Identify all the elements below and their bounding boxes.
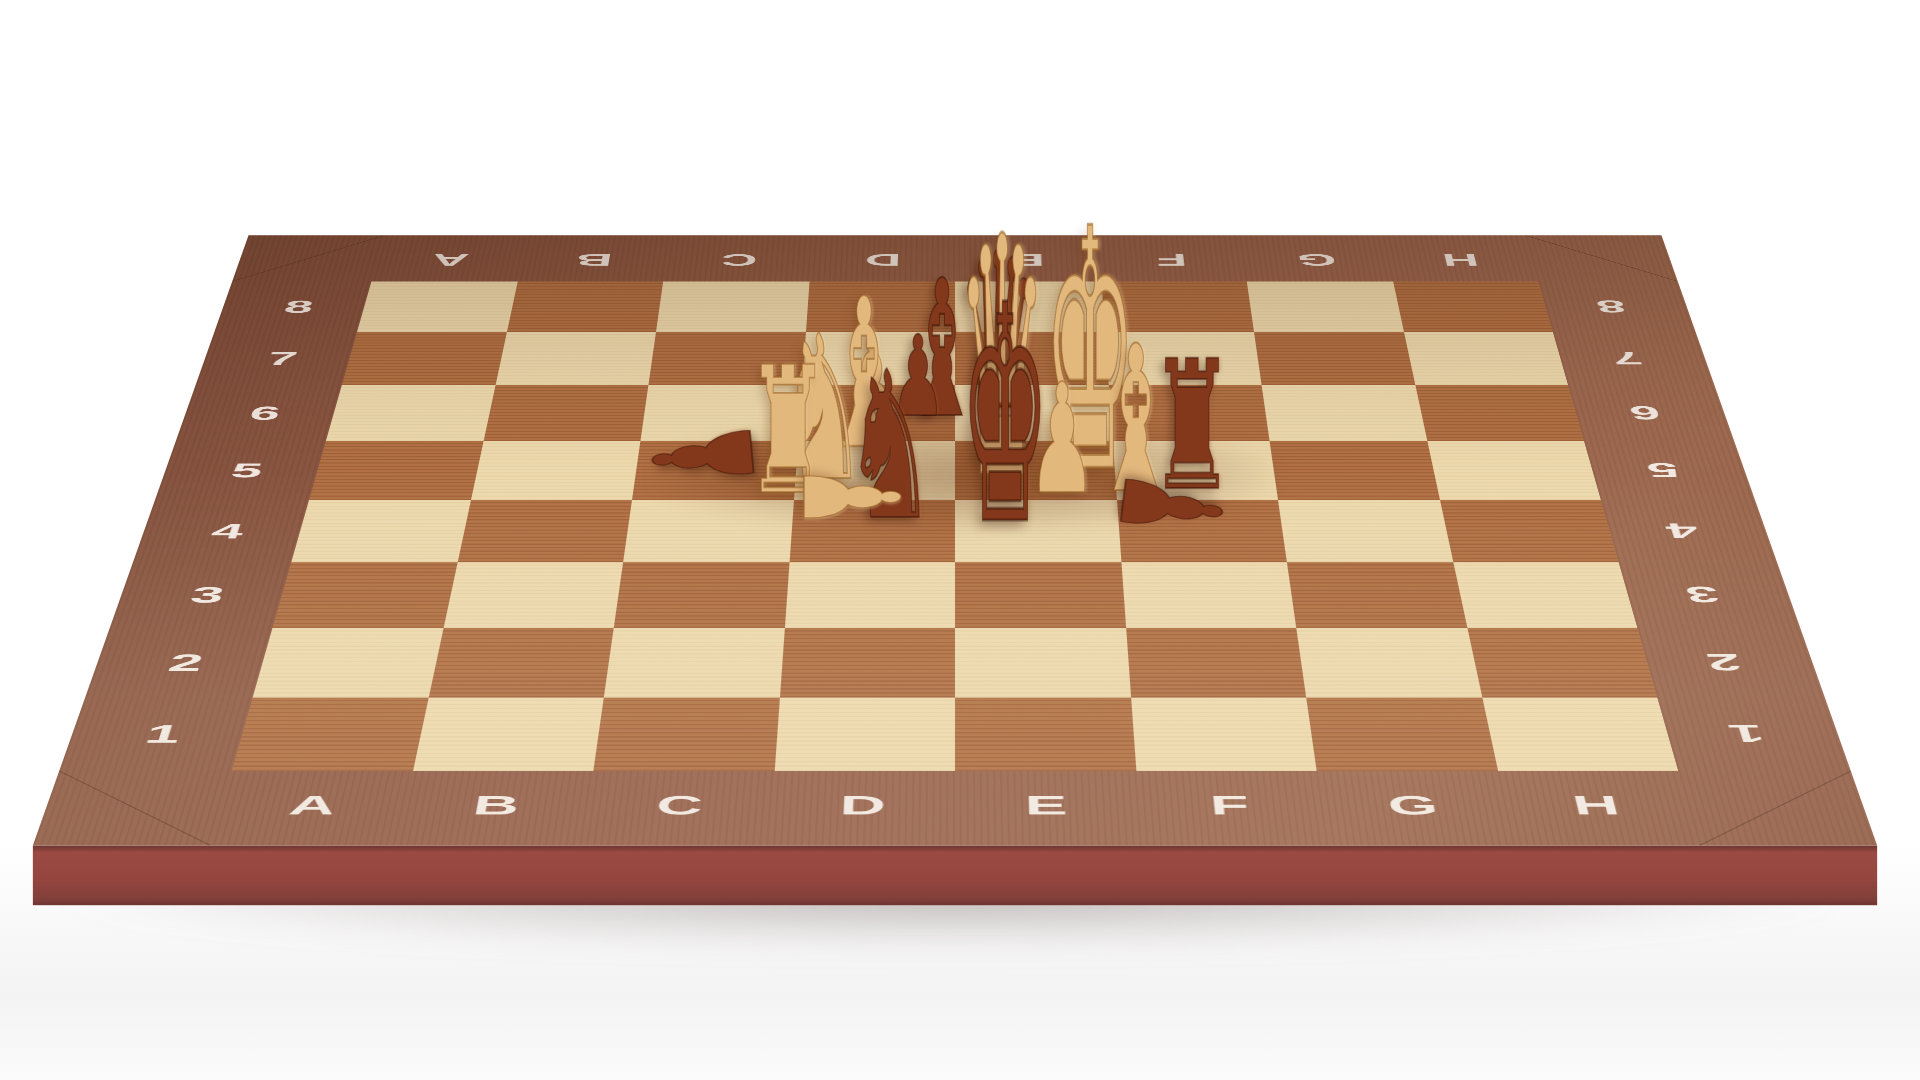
pieces-layer: ♛♝♟♟♝♚♛♟♞♝♜♜♟♚♞♟♟	[0, 0, 1920, 1080]
chessboard-photo: AABBCCDDEEFFGGHH1122334455667788 ♛♝♟♟♝♚♛…	[0, 0, 1920, 1080]
light-pawn-glyph: ♟	[783, 466, 916, 529]
dark-king-glyph: ♚	[960, 268, 1050, 568]
